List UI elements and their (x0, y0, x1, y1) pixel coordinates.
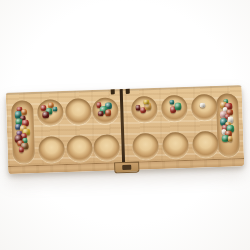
clasp-notch-right (126, 89, 130, 94)
bead-green (174, 103, 182, 111)
pit-top-3[interactable] (92, 97, 119, 124)
pit-bottom-6[interactable] (192, 131, 219, 158)
pit-top-2[interactable] (65, 98, 92, 125)
bead-carnelian (105, 109, 112, 116)
pit-bottom-3[interactable] (93, 134, 120, 161)
mancala-board (6, 85, 245, 174)
bead-amber (227, 136, 233, 142)
bead-white (200, 102, 206, 108)
pit-top-5[interactable] (161, 95, 188, 122)
store-left (11, 100, 35, 164)
product-photo-scene (0, 0, 250, 250)
bead-red (19, 147, 25, 153)
pit-bottom-2[interactable] (66, 135, 93, 162)
pit-top-6[interactable] (191, 94, 218, 121)
fold-seam (120, 89, 126, 170)
board-top-surface (6, 85, 245, 174)
bead-maroon (98, 111, 104, 117)
clasp-notch-left (111, 89, 115, 94)
pit-top-1[interactable] (37, 99, 64, 126)
pit-top-4[interactable] (131, 96, 158, 123)
bottom-hinge (114, 162, 139, 174)
pit-bottom-1[interactable] (38, 136, 65, 163)
store-right (216, 93, 240, 157)
bead-teal (52, 106, 58, 112)
bead-yellow (143, 99, 149, 105)
pit-bottom-5[interactable] (162, 132, 189, 159)
bead-maroon (42, 111, 49, 118)
pit-bottom-4[interactable] (132, 133, 159, 160)
hinge-hardware (122, 165, 131, 170)
